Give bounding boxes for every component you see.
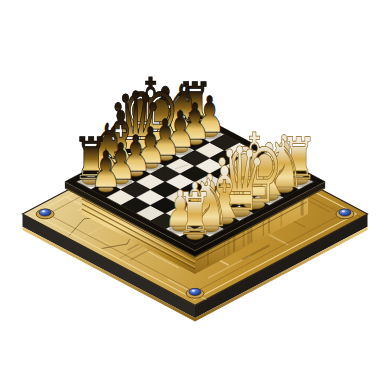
gem-highlight [342, 211, 345, 213]
chess-set-scene: ♜♞♟♝♟♚♟♛♟♝♟♞♟♟♜♟♟♜♟♟♞♟♝♟♚♟♛♟♝♟♞♜ [0, 0, 390, 390]
corner-gem-left [36, 209, 54, 219]
corner-gem-front [186, 288, 204, 298]
piece-glyph: ♜ [177, 181, 213, 248]
gem-stone [39, 209, 51, 216]
piece-black-pawn-a7: ♟ [90, 140, 121, 198]
gem-stone [339, 209, 351, 216]
gem-highlight [192, 290, 195, 292]
gem-highlight [42, 211, 45, 213]
piece-white-rook-a1: ♜ [177, 181, 213, 248]
corner-gem-right [336, 209, 354, 219]
gem-stone [189, 288, 201, 295]
piece-glyph: ♟ [90, 140, 121, 198]
product-photo: ♜♞♟♝♟♚♟♛♟♝♟♞♟♟♜♟♟♜♟♟♞♟♝♟♚♟♛♟♝♟♞♜ [0, 0, 390, 390]
